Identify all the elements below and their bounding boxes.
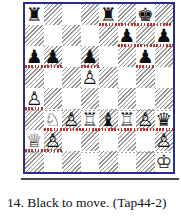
square-c3: ♙ [62,109,81,130]
black-pawn-f7: ♟ [118,25,135,46]
square-c1 [62,151,81,172]
square-g6: ♟ [136,46,155,67]
square-d4 [81,88,100,109]
white-queen-a2: ♕ [26,130,43,151]
black-queen-h3: ♛ [155,109,172,130]
diagram-caption: 14. Black to move. (Tap44-2) [7,195,179,211]
black-bishop-e3: ♝ [100,109,117,130]
square-f3: ♖ [118,109,137,130]
square-e4 [99,88,118,109]
square-c8 [62,4,81,25]
black-pawn-b6: ♟ [44,46,61,67]
square-h2: ♙ [155,130,174,151]
square-h7: ♟ [155,25,174,46]
white-rook-f3: ♖ [118,109,135,130]
square-f7: ♟ [118,25,137,46]
square-a3 [25,109,44,130]
white-king-h1: ♔ [155,151,172,172]
square-b4 [44,88,63,109]
square-d5: ♙ [81,67,100,88]
square-g7 [136,25,155,46]
black-pawn-g6: ♟ [137,46,154,67]
square-e5 [99,67,118,88]
divider-line [21,178,179,180]
square-c6 [62,46,81,67]
square-c5 [62,67,81,88]
square-h6 [155,46,174,67]
square-g1 [136,151,155,172]
square-h5 [155,67,174,88]
square-d3: ♖ [81,109,100,130]
square-f1 [118,151,137,172]
square-d8 [81,4,100,25]
square-b2: ♙ [44,130,63,151]
chess-diagram-page: ♜♜♚♟♟♟♟♟♟♙♙♘♙♖♝♖♙♛♕♙♙♔ 14. Black to move… [0,0,181,217]
square-d2 [81,130,100,151]
square-e7 [99,25,118,46]
square-e6 [99,46,118,67]
square-b6: ♟ [44,46,63,67]
square-b1 [44,151,63,172]
white-pawn-d5: ♙ [81,67,98,88]
white-pawn-h2: ♙ [155,130,172,151]
square-c4 [62,88,81,109]
black-king-g8: ♚ [137,4,154,25]
square-d6: ♟ [81,46,100,67]
square-e2 [99,130,118,151]
white-pawn-g3: ♙ [137,109,154,130]
square-g2 [136,130,155,151]
square-f4 [118,88,137,109]
chess-board: ♜♜♚♟♟♟♟♟♟♙♙♘♙♖♝♖♙♛♕♙♙♔ [23,2,175,174]
square-h4 [155,88,174,109]
black-pawn-a6: ♟ [26,46,43,67]
square-a4: ♙ [25,88,44,109]
square-c7 [62,25,81,46]
square-a8: ♜ [25,4,44,25]
white-rook-d3: ♖ [81,109,98,130]
square-g5 [136,67,155,88]
square-f6 [118,46,137,67]
square-g3: ♙ [136,109,155,130]
square-a5 [25,67,44,88]
square-e3: ♝ [99,109,118,130]
white-pawn-a4: ♙ [26,88,43,109]
square-e8: ♜ [99,4,118,25]
square-e1 [99,151,118,172]
square-b8 [44,4,63,25]
square-c2 [62,130,81,151]
white-pawn-b2: ♙ [44,130,61,151]
square-a6: ♟ [25,46,44,67]
square-b7 [44,25,63,46]
square-f8 [118,4,137,25]
white-pawn-c3: ♙ [63,109,80,130]
square-f2 [118,130,137,151]
square-g8: ♚ [136,4,155,25]
black-rook-a8: ♜ [26,4,43,25]
black-pawn-d6: ♟ [81,46,98,67]
square-a2: ♕ [25,130,44,151]
square-a1 [25,151,44,172]
square-d1 [81,151,100,172]
square-b5 [44,67,63,88]
square-b3: ♘ [44,109,63,130]
square-f5 [118,67,137,88]
square-a7 [25,25,44,46]
square-h8 [155,4,174,25]
square-h1: ♔ [155,151,174,172]
black-rook-e8: ♜ [100,4,117,25]
black-pawn-h7: ♟ [155,25,172,46]
square-d7 [81,25,100,46]
white-knight-b3: ♘ [44,109,61,130]
square-g4 [136,88,155,109]
square-h3: ♛ [155,109,174,130]
